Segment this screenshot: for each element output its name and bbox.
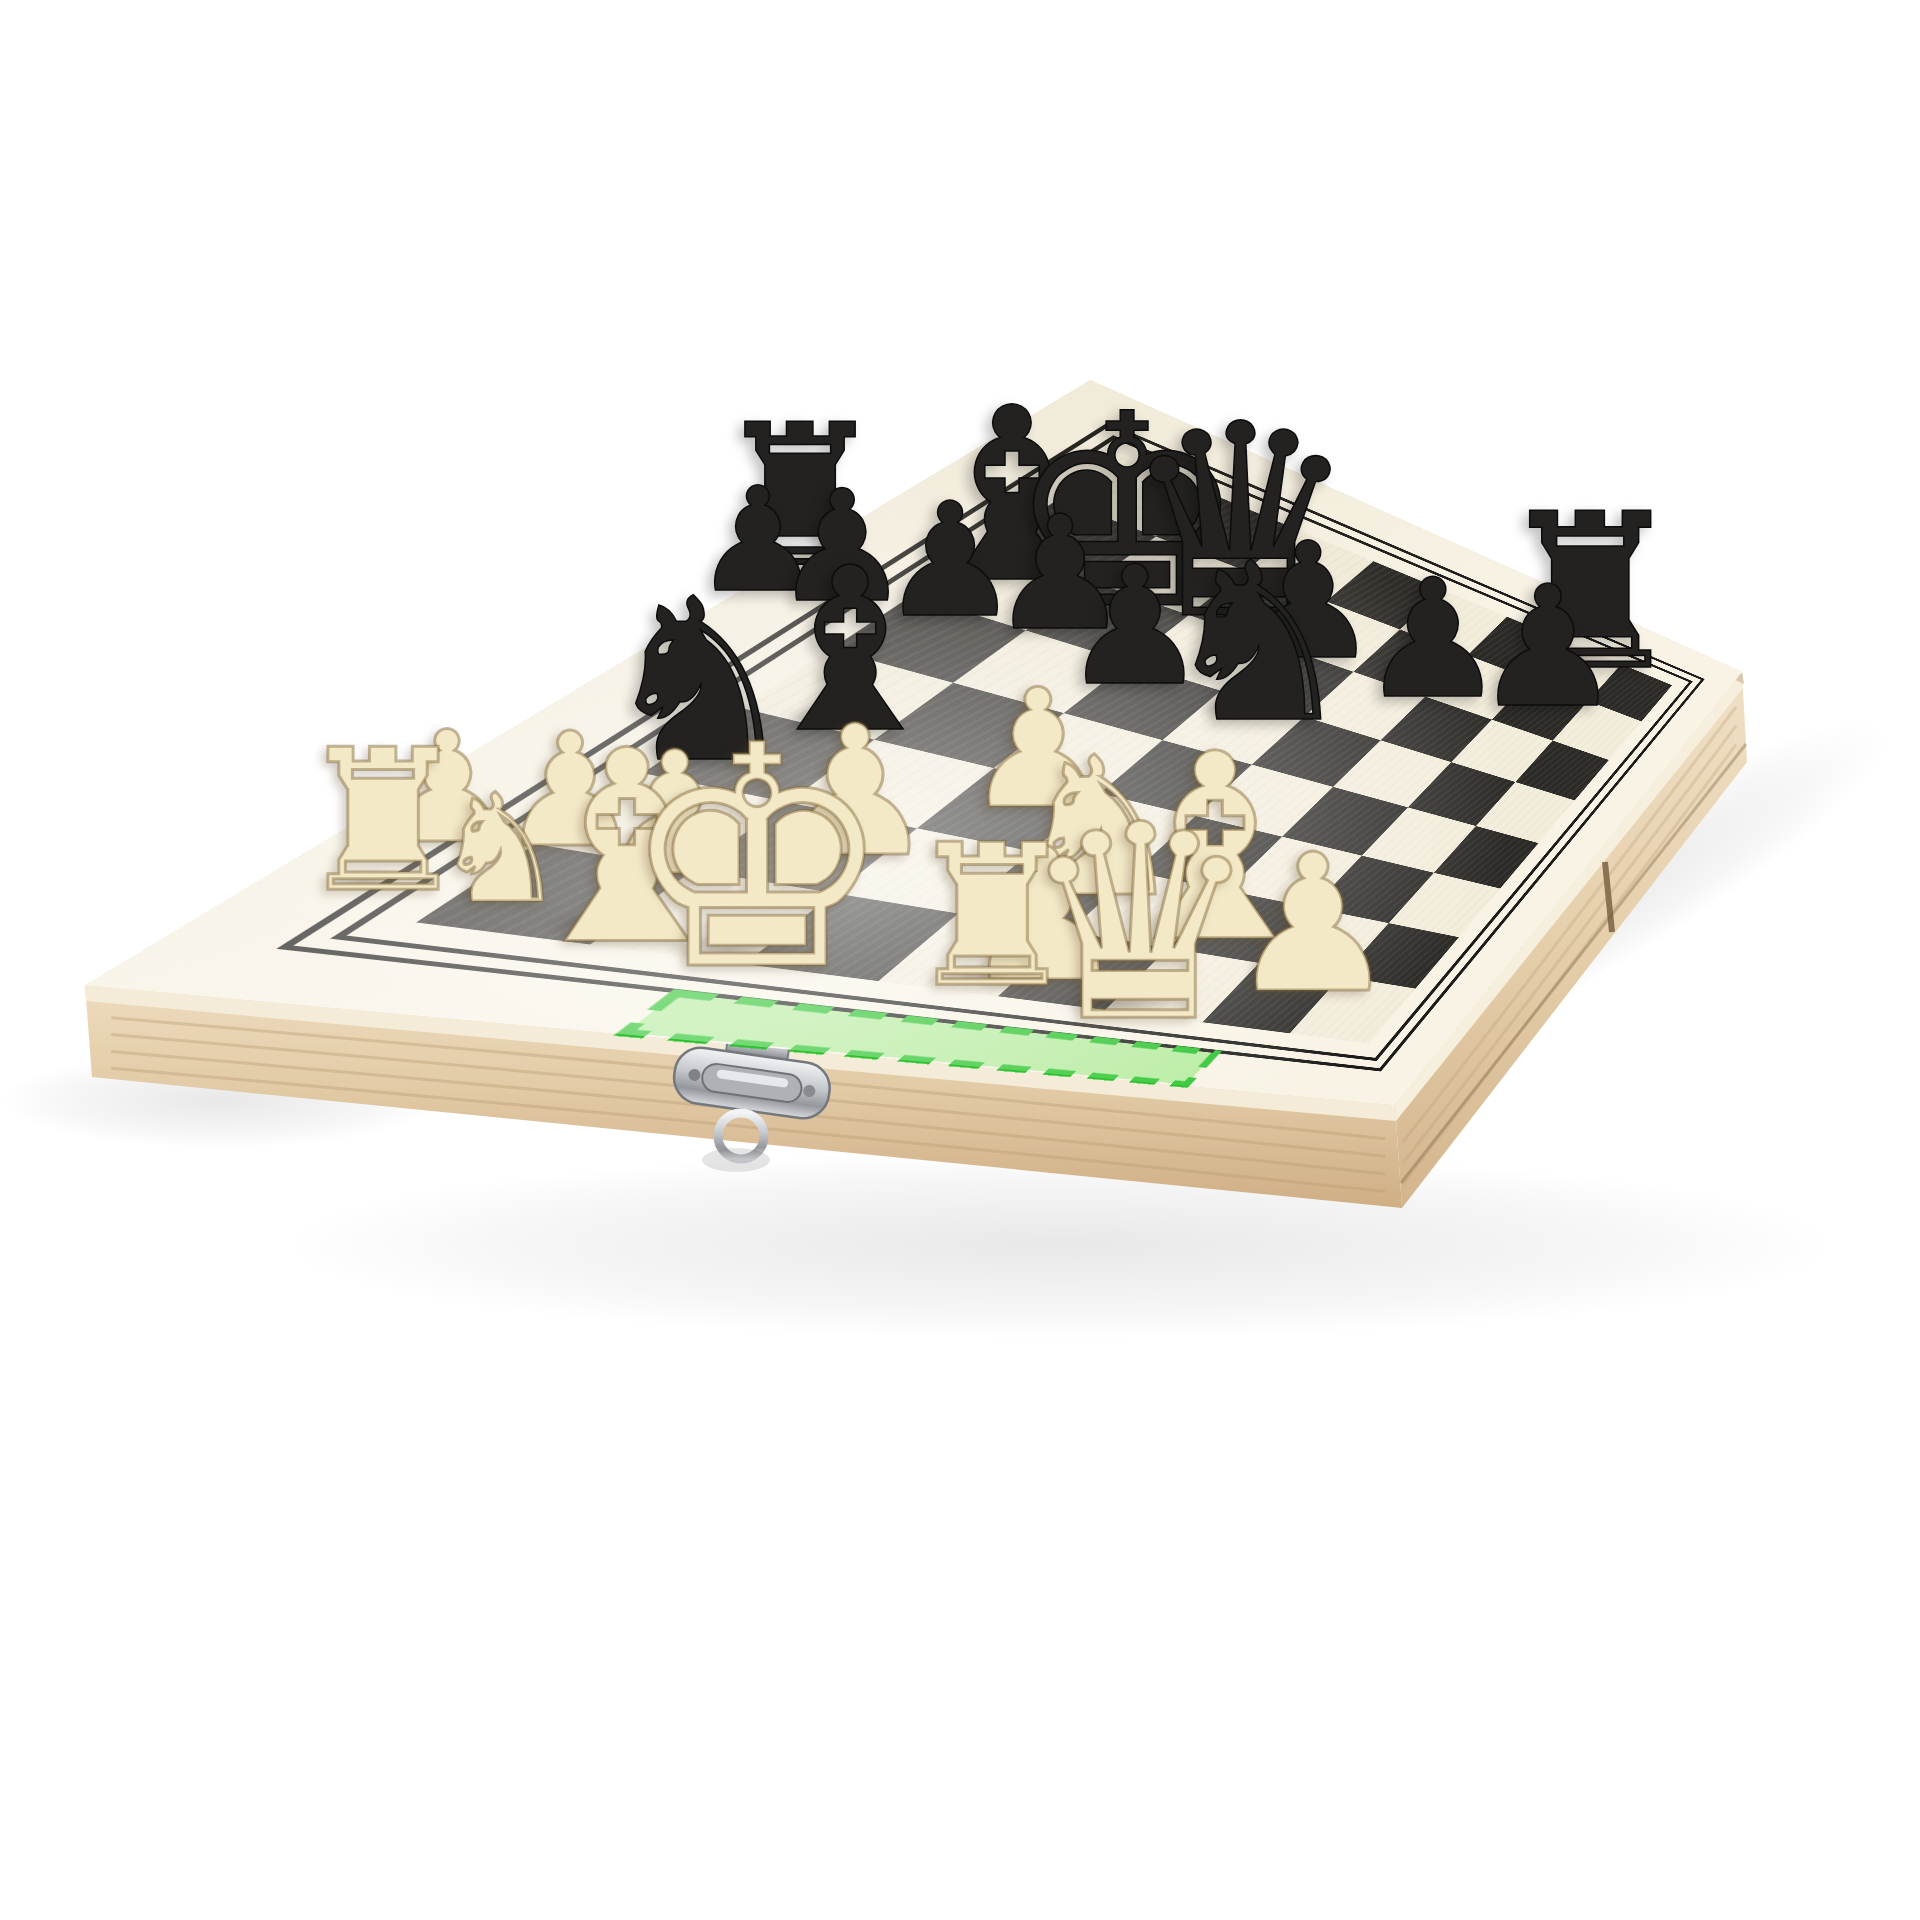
ground-shadow-front [280,1150,1840,1340]
product-photo-stage: ♜♝♟♟♚♛♟♟♟♜♟♟♟♞♝♞♟♟♟♟♟♜♞♞♝♝♚♟♜♟♛ [0,0,1920,1920]
clasp-ring-shadow [702,1148,770,1172]
